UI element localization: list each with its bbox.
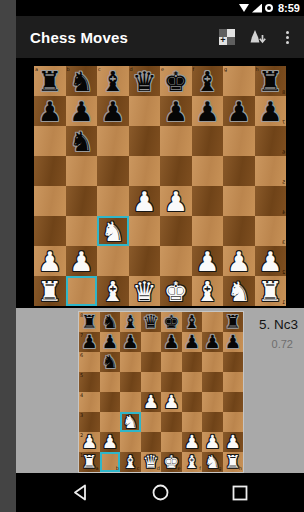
coordinate-label: 7 [282, 120, 285, 125]
recents-icon [232, 485, 248, 501]
square-h5[interactable] [223, 372, 244, 392]
square-b3[interactable] [66, 216, 98, 246]
square-b2[interactable]: ♟ [66, 246, 98, 276]
square-g6[interactable] [223, 126, 255, 156]
coordinate-label: 8 [80, 313, 83, 318]
square-f2[interactable]: ♟ [182, 432, 203, 452]
coordinate-label: 2 [282, 270, 285, 275]
square-c6[interactable] [97, 126, 129, 156]
square-a1[interactable]: ♜ [34, 276, 66, 306]
square-e6[interactable] [160, 126, 192, 156]
square-d6[interactable] [141, 352, 162, 372]
square-b8[interactable]: ♞b [66, 66, 98, 96]
square-g7[interactable]: ♟ [202, 332, 223, 352]
piece-white-pawn: ♟ [81, 433, 97, 451]
status-time: 8:59 [278, 2, 300, 14]
square-a2[interactable]: ♟2 [79, 432, 100, 452]
square-f7[interactable]: ♟ [192, 96, 224, 126]
square-d2[interactable] [141, 432, 162, 452]
piece-white-pawn: ♟ [143, 393, 159, 411]
square-d2[interactable] [129, 246, 161, 276]
square-c8[interactable]: ♝ [120, 312, 141, 332]
square-c1[interactable]: ♝c [120, 452, 141, 472]
square-g7[interactable]: ♟ [223, 96, 255, 126]
coordinate-label: 4 [80, 393, 83, 398]
square-h7[interactable]: ♟7 [255, 96, 287, 126]
coordinate-label: 5 [282, 180, 285, 185]
coordinate-label: f [193, 67, 195, 72]
square-c1[interactable]: ♝ [97, 276, 129, 306]
square-b3[interactable] [100, 412, 121, 432]
square-g3[interactable] [202, 412, 223, 432]
move-label: 5. Nc3 [259, 317, 298, 332]
coordinate-label: c [137, 466, 140, 471]
coordinate-label: 6 [282, 150, 285, 155]
coordinate-label: 3 [80, 413, 83, 418]
home-icon [152, 484, 169, 501]
coordinate-label: b [67, 67, 70, 72]
square-g3[interactable] [223, 216, 255, 246]
piece-white-bishop: ♝ [195, 278, 219, 305]
piece-black-pawn: ♟ [227, 98, 251, 125]
square-f6[interactable] [192, 126, 224, 156]
square-f3[interactable] [192, 216, 224, 246]
overflow-dots-icon [286, 31, 289, 44]
home-button[interactable] [151, 484, 169, 502]
square-e7[interactable]: ♟ [160, 96, 192, 126]
main-chess-board[interactable]: ♜a♞b♝c♛d♚e♝fg♜h8♟♟♟♟♟♟♟7♞65♟♟4♞3♟♟♟♟♟2♜♝… [34, 66, 286, 306]
square-g1[interactable]: ♞g [202, 452, 223, 472]
icon-cell [227, 29, 235, 37]
coordinate-label: 6 [80, 353, 83, 358]
square-e5[interactable] [160, 156, 192, 186]
square-h1[interactable]: ♜h [223, 452, 244, 472]
coordinate-label: 1 [80, 453, 83, 458]
piece-white-rook: ♜ [258, 278, 282, 305]
square-e4[interactable]: ♟ [161, 392, 182, 412]
piece-black-queen: ♛ [143, 313, 159, 331]
coordinate-label: d [157, 466, 160, 471]
coordinate-label: e [161, 67, 164, 72]
piece-black-king: ♚ [163, 313, 179, 331]
square-g4[interactable] [223, 186, 255, 216]
piece-black-knight: ♞ [102, 313, 118, 331]
square-a4[interactable]: 4 [79, 392, 100, 412]
piece-black-pawn: ♟ [38, 98, 62, 125]
square-h6[interactable]: 6 [255, 126, 287, 156]
square-a4[interactable] [34, 186, 66, 216]
square-e2[interactable] [161, 432, 182, 452]
piece-black-knight: ♞ [102, 353, 118, 371]
piece-white-knight: ♞ [101, 218, 125, 245]
square-f2[interactable]: ♟ [192, 246, 224, 276]
square-g8[interactable]: g [223, 66, 255, 96]
battery-icon [265, 4, 273, 12]
square-h3[interactable] [223, 412, 244, 432]
square-d7[interactable] [141, 332, 162, 352]
square-c6[interactable] [120, 352, 141, 372]
coordinate-label: 5 [80, 373, 83, 378]
phone-screen: 8:59 Chess Moves + ♜a♞ [16, 0, 304, 512]
square-h8[interactable]: ♜ [223, 312, 244, 332]
square-g4[interactable] [202, 392, 223, 412]
square-h2[interactable]: ♟2 [255, 246, 287, 276]
square-a7[interactable]: ♟7 [79, 332, 100, 352]
piece-black-pawn: ♟ [122, 333, 138, 351]
coordinate-label: 7 [80, 333, 83, 338]
piece-black-pawn: ♟ [258, 98, 282, 125]
board-plus-icon: + [219, 29, 235, 45]
square-g8[interactable] [202, 312, 223, 332]
coordinate-label: g [218, 466, 221, 471]
status-bar: 8:59 [16, 0, 304, 16]
square-a5[interactable]: 5 [79, 372, 100, 392]
square-d5[interactable] [129, 156, 161, 186]
piece-white-pawn: ♟ [227, 248, 251, 275]
piece-white-pawn: ♟ [258, 248, 282, 275]
square-f1[interactable]: ♝f [182, 452, 203, 472]
square-a5[interactable] [34, 156, 66, 186]
piece-white-pawn: ♟ [225, 433, 241, 451]
square-h4[interactable] [223, 392, 244, 412]
piece-black-pawn: ♟ [204, 333, 220, 351]
square-e8[interactable]: ♚ [161, 312, 182, 332]
piece-white-pawn: ♟ [132, 188, 156, 215]
square-h7[interactable]: ♟ [223, 332, 244, 352]
coordinate-label: 8 [282, 90, 285, 95]
square-h2[interactable]: ♟ [223, 432, 244, 452]
square-b7[interactable]: ♟ [100, 332, 121, 352]
square-a8[interactable]: ♜a [34, 66, 66, 96]
square-g2[interactable]: ♟ [223, 246, 255, 276]
square-c3[interactable]: ♞ [97, 216, 129, 246]
square-f4[interactable] [182, 392, 203, 412]
square-h8[interactable]: ♜h8 [255, 66, 287, 96]
square-f4[interactable] [192, 186, 224, 216]
square-d8[interactable]: ♛ [141, 312, 162, 332]
square-e5[interactable] [161, 372, 182, 392]
piece-black-knight: ♞ [69, 128, 93, 155]
square-d4[interactable]: ♟ [141, 392, 162, 412]
square-f8[interactable]: ♝ [182, 312, 203, 332]
square-e3[interactable] [160, 216, 192, 246]
square-e6[interactable] [161, 352, 182, 372]
square-d7[interactable] [129, 96, 161, 126]
piece-white-knight: ♞ [227, 278, 251, 305]
back-icon [72, 484, 88, 501]
square-b2[interactable]: ♟ [100, 432, 121, 452]
square-b5[interactable] [100, 372, 121, 392]
piece-white-rook: ♜ [38, 278, 62, 305]
coordinate-label: h [256, 67, 259, 72]
square-g5[interactable] [202, 372, 223, 392]
square-f1[interactable]: ♝ [192, 276, 224, 306]
square-b1[interactable] [66, 276, 98, 306]
square-h6[interactable] [223, 352, 244, 372]
plus-glyph: + [219, 36, 227, 45]
piece-black-pawn: ♟ [164, 98, 188, 125]
piece-black-king: ♚ [164, 68, 188, 95]
square-h3[interactable]: 3 [255, 216, 287, 246]
main-board-area: ♜a♞b♝c♛d♚e♝fg♜h8♟♟♟♟♟♟♟7♞65♟♟4♞3♟♟♟♟♟2♜♝… [16, 58, 304, 308]
square-d1[interactable]: ♛d [141, 452, 162, 472]
square-d8[interactable]: ♛d [129, 66, 161, 96]
coordinate-label: e [177, 466, 180, 471]
square-f7[interactable]: ♟ [182, 332, 203, 352]
square-h1[interactable]: ♜1 [255, 276, 287, 306]
app-title: Chess Moves [30, 29, 128, 46]
piece-black-rook: ♜ [38, 68, 62, 95]
square-c7[interactable]: ♟ [120, 332, 141, 352]
icon-cell [227, 37, 235, 45]
square-c5[interactable] [120, 372, 141, 392]
square-e1[interactable]: ♚ [160, 276, 192, 306]
square-b8[interactable]: ♞ [100, 312, 121, 332]
coordinate-label: a [35, 67, 38, 72]
coordinate-label: 4 [282, 210, 285, 215]
piece-white-queen: ♛ [132, 278, 156, 305]
piece-white-pawn: ♟ [102, 433, 118, 451]
piece-white-king: ♚ [164, 278, 188, 305]
square-b7[interactable]: ♟ [66, 96, 98, 126]
piece-black-pawn: ♟ [81, 333, 97, 351]
square-f6[interactable] [182, 352, 203, 372]
piece-black-pawn: ♟ [101, 98, 125, 125]
recents-button[interactable] [231, 484, 249, 502]
app-bar: Chess Moves + [16, 16, 304, 58]
piece-black-bishop: ♝ [184, 313, 200, 331]
piece-black-pawn: ♟ [225, 333, 241, 351]
piece-white-pawn: ♟ [204, 433, 220, 451]
piece-down-arrow-icon [248, 29, 267, 46]
piece-white-bishop: ♝ [184, 453, 200, 471]
square-a2[interactable]: ♟ [34, 246, 66, 276]
analysis-area: ♜8♞♝♛♚♝♜♟7♟♟♟♟♟♟6♞54♟♟3♞♟2♟♟♟♟♜1ab♝c♛d♚e… [16, 308, 304, 473]
square-a6[interactable]: 6 [79, 352, 100, 372]
piece-black-knight: ♞ [69, 68, 93, 95]
square-e4[interactable]: ♟ [160, 186, 192, 216]
coordinate-label: b [116, 466, 119, 471]
piece-white-pawn: ♟ [195, 248, 219, 275]
piece-black-rook: ♜ [225, 313, 241, 331]
square-b5[interactable] [66, 156, 98, 186]
square-h5[interactable]: 5 [255, 156, 287, 186]
square-c4[interactable] [97, 186, 129, 216]
back-button[interactable] [71, 484, 89, 502]
square-d3[interactable] [129, 216, 161, 246]
app-bar-actions: + [212, 16, 302, 58]
square-g5[interactable] [223, 156, 255, 186]
square-c2[interactable] [97, 246, 129, 276]
square-a8[interactable]: ♜8 [79, 312, 100, 332]
piece-black-bishop: ♝ [101, 68, 125, 95]
board-editor-button[interactable]: + [212, 16, 242, 58]
square-d1[interactable]: ♛ [129, 276, 161, 306]
piece-white-pawn: ♟ [163, 393, 179, 411]
square-e3[interactable] [161, 412, 182, 432]
coordinate-label: c [98, 67, 101, 72]
piece-white-pawn: ♟ [69, 248, 93, 275]
square-b6[interactable]: ♞ [100, 352, 121, 372]
piece-black-queen: ♛ [132, 68, 156, 95]
square-d4[interactable]: ♟ [129, 186, 161, 216]
square-a3[interactable] [34, 216, 66, 246]
square-c7[interactable]: ♟ [97, 96, 129, 126]
square-c2[interactable] [120, 432, 141, 452]
piece-black-pawn: ♟ [184, 333, 200, 351]
piece-black-bishop: ♝ [122, 313, 138, 331]
square-g1[interactable]: ♞ [223, 276, 255, 306]
piece-white-bishop: ♝ [101, 278, 125, 305]
piece-white-pawn: ♟ [38, 248, 62, 275]
square-d5[interactable] [141, 372, 162, 392]
coordinate-label: h [239, 466, 242, 471]
piece-white-knight: ♞ [122, 413, 138, 431]
square-e7[interactable]: ♟ [161, 332, 182, 352]
square-f5[interactable] [182, 372, 203, 392]
coordinate-label: f [199, 466, 201, 471]
square-f3[interactable] [182, 412, 203, 432]
piece-white-pawn: ♟ [184, 433, 200, 451]
square-a7[interactable]: ♟ [34, 96, 66, 126]
square-e8[interactable]: ♚e [160, 66, 192, 96]
wifi-icon [239, 4, 249, 12]
piece-black-pawn: ♟ [195, 98, 219, 125]
piece-black-rook: ♜ [81, 313, 97, 331]
coordinate-label: a [95, 466, 98, 471]
square-e1[interactable]: ♚e [161, 452, 182, 472]
coordinate-label: 2 [80, 433, 83, 438]
coordinate-label: 3 [282, 240, 285, 245]
analysis-chess-board[interactable]: ♜8♞♝♛♚♝♜♟7♟♟♟♟♟♟6♞54♟♟3♞♟2♟♟♟♟♜1ab♝c♛d♚e… [78, 311, 244, 473]
square-h4[interactable]: 4 [255, 186, 287, 216]
piece-black-pawn: ♟ [102, 333, 118, 351]
piece-black-bishop: ♝ [195, 68, 219, 95]
square-d6[interactable] [129, 126, 161, 156]
coordinate-label: g [224, 67, 227, 72]
square-f5[interactable] [192, 156, 224, 186]
square-a1[interactable]: ♜1a [79, 452, 100, 472]
square-a3[interactable]: 3 [79, 412, 100, 432]
coordinate-label: 1 [282, 300, 285, 305]
navigation-bar [16, 473, 304, 512]
square-c4[interactable] [120, 392, 141, 412]
square-b6[interactable]: ♞ [66, 126, 98, 156]
square-d3[interactable] [141, 412, 162, 432]
square-a6[interactable] [34, 126, 66, 156]
status-icons: 8:59 [239, 0, 300, 16]
square-f8[interactable]: ♝f [192, 66, 224, 96]
evaluation-value: 0.72 [272, 338, 293, 350]
overflow-menu-button[interactable] [272, 16, 302, 58]
square-b4[interactable] [66, 186, 98, 216]
square-b1[interactable]: b [100, 452, 121, 472]
square-e2[interactable] [160, 246, 192, 276]
square-c3[interactable]: ♞ [120, 412, 141, 432]
square-g6[interactable] [202, 352, 223, 372]
square-b4[interactable] [100, 392, 121, 412]
piece-black-rook: ♜ [258, 68, 282, 95]
square-c8[interactable]: ♝c [97, 66, 129, 96]
piece-black-pawn: ♟ [69, 98, 93, 125]
cell-signal-icon [252, 4, 262, 13]
piece-move-download-button[interactable] [242, 16, 272, 58]
piece-black-pawn: ♟ [163, 333, 179, 351]
square-c5[interactable] [97, 156, 129, 186]
piece-white-pawn: ♟ [164, 188, 188, 215]
square-g2[interactable]: ♟ [202, 432, 223, 452]
coordinate-label: d [130, 67, 133, 72]
